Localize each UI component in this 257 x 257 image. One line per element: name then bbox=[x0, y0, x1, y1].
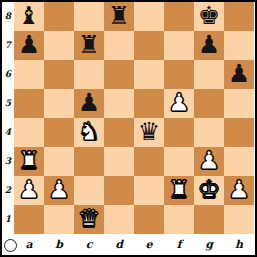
square-h2[interactable]: ♟ bbox=[224, 176, 254, 205]
square-f4[interactable] bbox=[164, 118, 194, 147]
black-rook-d8[interactable]: ♜ bbox=[108, 3, 130, 28]
black-queen-e4[interactable]: ♛ bbox=[138, 119, 160, 144]
black-king-g8[interactable]: ♚ bbox=[198, 3, 220, 28]
black-pawn-g7[interactable]: ♟ bbox=[198, 32, 220, 57]
square-b2[interactable]: ♟ bbox=[44, 176, 74, 205]
rank-label-3: 3 bbox=[2, 147, 14, 176]
white-pawn-a2[interactable]: ♟ bbox=[18, 177, 40, 202]
square-h8[interactable] bbox=[224, 2, 254, 31]
square-f6[interactable] bbox=[164, 60, 194, 89]
square-a7[interactable]: ♟ bbox=[14, 31, 44, 60]
file-label-c: c bbox=[74, 236, 104, 255]
file-label-d: d bbox=[104, 236, 134, 255]
square-f5[interactable]: ♟ bbox=[164, 89, 194, 118]
square-c4[interactable]: ♞ bbox=[74, 118, 104, 147]
square-h1[interactable] bbox=[224, 205, 254, 234]
square-f1[interactable] bbox=[164, 205, 194, 234]
square-d1[interactable] bbox=[104, 205, 134, 234]
square-e5[interactable] bbox=[134, 89, 164, 118]
file-label-h: h bbox=[224, 236, 254, 255]
square-h6[interactable]: ♟ bbox=[224, 60, 254, 89]
square-a3[interactable]: ♜ bbox=[14, 147, 44, 176]
square-b4[interactable] bbox=[44, 118, 74, 147]
rank-labels: 87654321 bbox=[2, 2, 14, 234]
file-label-e: e bbox=[134, 236, 164, 255]
white-pawn-f5[interactable]: ♟ bbox=[168, 90, 190, 115]
file-label-b: b bbox=[44, 236, 74, 255]
black-pawn-a7[interactable]: ♟ bbox=[18, 32, 40, 57]
square-g2[interactable]: ♚ bbox=[194, 176, 224, 205]
rank-label-4: 4 bbox=[2, 118, 14, 147]
white-pawn-h2[interactable]: ♟ bbox=[228, 177, 250, 202]
rank-label-7: 7 bbox=[2, 31, 14, 60]
white-pawn-b2[interactable]: ♟ bbox=[48, 177, 70, 202]
square-f7[interactable] bbox=[164, 31, 194, 60]
square-a4[interactable] bbox=[14, 118, 44, 147]
square-g1[interactable] bbox=[194, 205, 224, 234]
square-g5[interactable] bbox=[194, 89, 224, 118]
square-e4[interactable]: ♛ bbox=[134, 118, 164, 147]
file-labels: abcdefgh bbox=[14, 236, 254, 255]
square-d2[interactable] bbox=[104, 176, 134, 205]
chess-board[interactable]: ♝♜♚♟♜♟♟♟♟♞♛♜♟♟♟♜♚♟♛ bbox=[14, 2, 254, 234]
square-c8[interactable] bbox=[74, 2, 104, 31]
square-f8[interactable] bbox=[164, 2, 194, 31]
square-e6[interactable] bbox=[134, 60, 164, 89]
square-g7[interactable]: ♟ bbox=[194, 31, 224, 60]
rank-label-5: 5 bbox=[2, 89, 14, 118]
square-h3[interactable] bbox=[224, 147, 254, 176]
black-bishop-a8[interactable]: ♝ bbox=[18, 3, 40, 28]
square-c7[interactable]: ♜ bbox=[74, 31, 104, 60]
square-b3[interactable] bbox=[44, 147, 74, 176]
square-e3[interactable] bbox=[134, 147, 164, 176]
white-knight-c4[interactable]: ♞ bbox=[78, 119, 100, 144]
white-queen-c1[interactable]: ♛ bbox=[78, 206, 100, 231]
white-rook-a3[interactable]: ♜ bbox=[18, 148, 40, 173]
square-c3[interactable] bbox=[74, 147, 104, 176]
square-a5[interactable] bbox=[14, 89, 44, 118]
square-d7[interactable] bbox=[104, 31, 134, 60]
white-pawn-g3[interactable]: ♟ bbox=[198, 148, 220, 173]
file-label-a: a bbox=[14, 236, 44, 255]
square-h4[interactable] bbox=[224, 118, 254, 147]
square-b8[interactable] bbox=[44, 2, 74, 31]
square-g6[interactable] bbox=[194, 60, 224, 89]
square-e2[interactable] bbox=[134, 176, 164, 205]
square-d5[interactable] bbox=[104, 89, 134, 118]
square-g3[interactable]: ♟ bbox=[194, 147, 224, 176]
square-h5[interactable] bbox=[224, 89, 254, 118]
file-label-g: g bbox=[194, 236, 224, 255]
square-d8[interactable]: ♜ bbox=[104, 2, 134, 31]
square-b7[interactable] bbox=[44, 31, 74, 60]
square-b6[interactable] bbox=[44, 60, 74, 89]
square-g8[interactable]: ♚ bbox=[194, 2, 224, 31]
black-pawn-h6[interactable]: ♟ bbox=[228, 61, 250, 86]
square-a6[interactable] bbox=[14, 60, 44, 89]
chess-diagram: 87654321 ♝♜♚♟♜♟♟♟♟♞♛♜♟♟♟♜♚♟♛ abcdefgh bbox=[0, 0, 257, 257]
square-c1[interactable]: ♛ bbox=[74, 205, 104, 234]
square-d4[interactable] bbox=[104, 118, 134, 147]
square-b5[interactable] bbox=[44, 89, 74, 118]
square-e7[interactable] bbox=[134, 31, 164, 60]
rank-label-2: 2 bbox=[2, 176, 14, 205]
rank-label-8: 8 bbox=[2, 2, 14, 31]
black-pawn-c5[interactable]: ♟ bbox=[78, 90, 100, 115]
white-to-move-indicator bbox=[4, 239, 17, 252]
square-d3[interactable] bbox=[104, 147, 134, 176]
square-g4[interactable] bbox=[194, 118, 224, 147]
square-b1[interactable] bbox=[44, 205, 74, 234]
square-c6[interactable] bbox=[74, 60, 104, 89]
square-a1[interactable] bbox=[14, 205, 44, 234]
square-c2[interactable] bbox=[74, 176, 104, 205]
file-label-f: f bbox=[164, 236, 194, 255]
square-e8[interactable] bbox=[134, 2, 164, 31]
rank-label-6: 6 bbox=[2, 60, 14, 89]
square-e1[interactable] bbox=[134, 205, 164, 234]
square-d6[interactable] bbox=[104, 60, 134, 89]
square-h7[interactable] bbox=[224, 31, 254, 60]
rank-label-1: 1 bbox=[2, 205, 14, 234]
white-rook-f2[interactable]: ♜ bbox=[168, 177, 190, 202]
black-rook-c7[interactable]: ♜ bbox=[78, 32, 100, 57]
square-a2[interactable]: ♟ bbox=[14, 176, 44, 205]
white-king-g2[interactable]: ♚ bbox=[198, 177, 220, 202]
square-a8[interactable]: ♝ bbox=[14, 2, 44, 31]
square-f2[interactable]: ♜ bbox=[164, 176, 194, 205]
square-c5[interactable]: ♟ bbox=[74, 89, 104, 118]
square-f3[interactable] bbox=[164, 147, 194, 176]
